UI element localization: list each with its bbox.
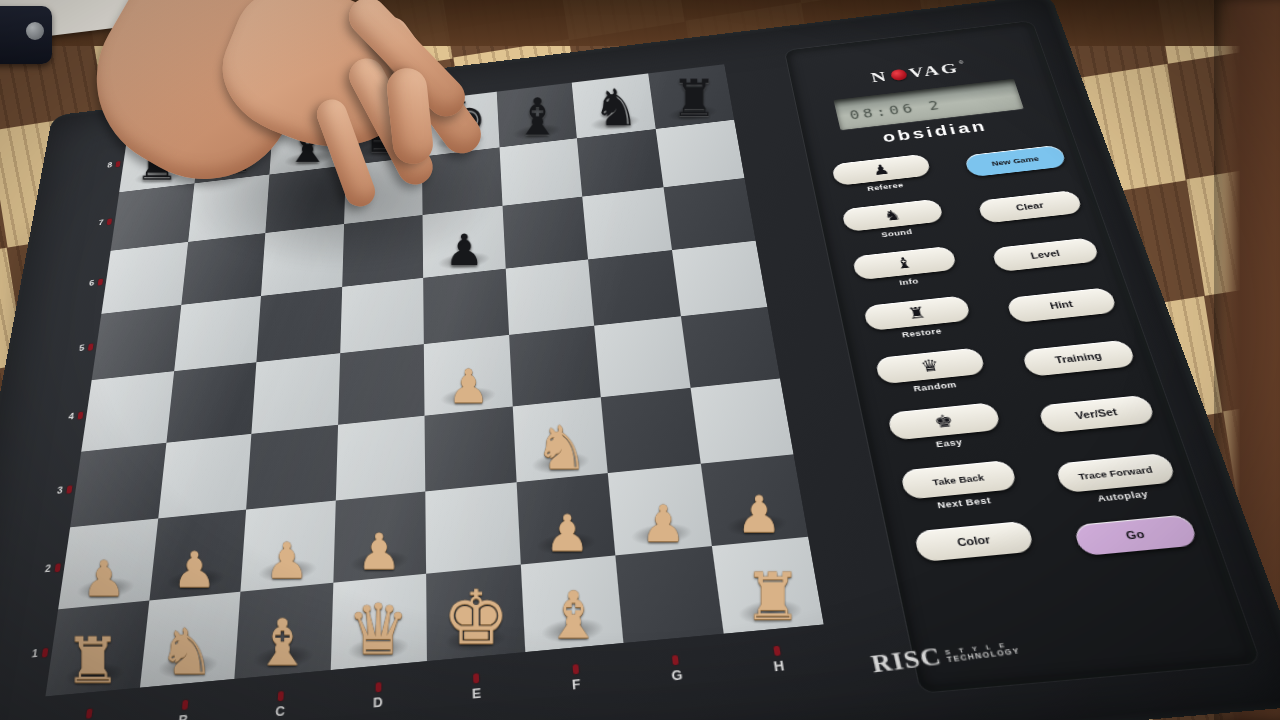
training-button[interactable]: Training <box>1021 339 1136 377</box>
board-bezel: 87654321 ♜♞♝♛♚♝♜♟♟♟♟♟♟♟♞♟♟♜♞♝♛♚♝♞♜ ABCDE… <box>0 45 904 720</box>
black-rook-glyph: ♜ <box>134 139 179 186</box>
black-knight-glyph: ♞ <box>593 83 639 132</box>
rank-label-6: 6 <box>89 279 96 287</box>
easy-button[interactable]: ♚ <box>887 402 1002 441</box>
random-label: Random <box>912 379 957 393</box>
file-label-h: H <box>773 658 786 674</box>
piece-white-pawn-d2[interactable]: ♟ <box>333 491 426 582</box>
rank-label-2: 2 <box>44 564 52 575</box>
white-king-glyph: ♚ <box>442 584 509 655</box>
white-pawn-glyph: ♟ <box>640 500 685 548</box>
table-edge-top <box>0 0 1280 46</box>
file-led-c <box>278 691 284 701</box>
new-game-button[interactable]: New Game <box>964 145 1068 178</box>
logo-letters-vag: VAG <box>907 59 962 81</box>
file-led-g <box>672 655 679 665</box>
piece-white-king-e1[interactable]: ♚ <box>426 564 525 661</box>
king-icon: ♚ <box>932 412 955 431</box>
piece-white-pawn-c2[interactable]: ♟ <box>240 501 335 592</box>
black-queen-glyph: ♛ <box>359 107 408 159</box>
file-label-b: B <box>178 712 189 720</box>
white-pawn-glyph: ♟ <box>737 491 782 539</box>
white-pawn-glyph: ♟ <box>82 556 126 603</box>
next-best-label: Next Best <box>936 495 992 511</box>
bishop-icon: ♝ <box>894 255 915 271</box>
piece-white-knight-f3[interactable]: ♞ <box>512 397 608 482</box>
rank-led-7 <box>107 218 112 225</box>
piece-layer: ♜♞♝♛♚♝♜♟♟♟♟♟♟♟♞♟♟♜♞♝♛♚♝♞♜ <box>45 64 823 696</box>
piece-black-queen-d8[interactable]: ♛ <box>345 101 422 165</box>
piece-white-queen-d1[interactable]: ♛ <box>330 573 427 670</box>
white-pawn-glyph: ♟ <box>264 538 308 585</box>
rank-label-5: 5 <box>79 343 86 352</box>
piece-white-knight-b1[interactable]: ♞ <box>139 591 240 688</box>
piece-black-pawn-e6[interactable]: ♟ <box>423 206 506 278</box>
white-pawn-glyph: ♟ <box>447 365 489 409</box>
logo-red-o-icon <box>889 68 907 81</box>
piece-white-pawn-g2[interactable]: ♟ <box>608 464 712 555</box>
white-rook-glyph: ♜ <box>744 565 803 627</box>
rank-led-2 <box>55 564 61 573</box>
black-rook-glyph: ♜ <box>671 74 717 123</box>
easy-label: Easy <box>935 437 963 450</box>
autoplay-label: Autoplay <box>1096 488 1150 503</box>
white-bishop-glyph: ♝ <box>545 584 603 645</box>
novag-obsidian-unit: 87654321 ♜♞♝♛♚♝♜♟♟♟♟♟♟♟♞♟♟♜♞♝♛♚♝♞♜ ABCDE… <box>0 0 1280 720</box>
black-bishop-glyph: ♝ <box>515 93 561 141</box>
referee-label: Referee <box>866 181 904 193</box>
hint-button[interactable]: Hint <box>1006 287 1118 323</box>
rook-icon: ♜ <box>906 305 927 322</box>
referee-button[interactable]: ♟ <box>831 154 932 186</box>
file-led-a <box>86 709 93 719</box>
object-knob <box>26 22 44 40</box>
random-button[interactable]: ♛ <box>875 347 987 384</box>
ver-set-button[interactable]: Ver/Set <box>1037 395 1156 434</box>
piece-black-bishop-f8[interactable]: ♝ <box>496 83 577 147</box>
black-knight-glyph: ♞ <box>209 130 254 178</box>
trace-forward-button[interactable]: Trace Forward <box>1055 453 1177 493</box>
piece-white-bishop-c1[interactable]: ♝ <box>234 582 333 679</box>
black-bishop-glyph: ♝ <box>285 121 330 169</box>
file-led-e <box>473 673 479 683</box>
take-back-button[interactable]: Take Back <box>900 460 1018 500</box>
file-led-f <box>572 664 578 674</box>
risc-technology-text: TECHNOLOGY <box>946 647 1021 664</box>
file-label-g: G <box>671 668 684 684</box>
piece-white-rook-a1[interactable]: ♜ <box>45 600 149 696</box>
registered-mark: ® <box>958 60 964 65</box>
sound-label: Sound <box>880 227 913 239</box>
piece-white-pawn-a2[interactable]: ♟ <box>58 518 158 608</box>
chess-board: ♜♞♝♛♚♝♜♟♟♟♟♟♟♟♞♟♟♜♞♝♛♚♝♞♜ <box>45 64 823 696</box>
piece-black-rook-a8[interactable]: ♜ <box>119 128 200 192</box>
white-knight-glyph: ♞ <box>535 419 589 476</box>
black-king-glyph: ♚ <box>434 95 487 151</box>
file-led-h <box>773 646 780 656</box>
rank-led-3 <box>66 485 72 493</box>
file-label-e: E <box>472 686 482 702</box>
white-bishop-glyph: ♝ <box>254 612 311 672</box>
dark-object <box>0 6 52 64</box>
knight-icon: ♞ <box>882 207 902 223</box>
piece-white-rook-h1[interactable]: ♜ <box>711 536 824 634</box>
pawn-icon: ♟ <box>871 162 891 177</box>
go-button[interactable]: Go <box>1073 514 1199 556</box>
white-knight-glyph: ♞ <box>159 621 216 681</box>
rank-label-4: 4 <box>68 412 75 422</box>
piece-black-knight-b8[interactable]: ♞ <box>194 119 273 183</box>
file-led-d <box>375 682 381 692</box>
piece-white-pawn-b2[interactable]: ♟ <box>149 510 246 601</box>
piece-black-knight-g8[interactable]: ♞ <box>572 74 655 138</box>
piece-white-bishop-f1[interactable]: ♝ <box>520 555 623 652</box>
file-label-f: F <box>572 677 582 693</box>
rank-label-3: 3 <box>56 485 63 495</box>
file-label-c: C <box>275 704 286 720</box>
rank-led-5 <box>88 343 94 350</box>
rank-led-8 <box>115 161 120 167</box>
lcd-text: 08:06 2 <box>848 98 944 122</box>
rank-label-1: 1 <box>31 648 39 660</box>
scene: 87654321 ♜♞♝♛♚♝♜♟♟♟♟♟♟♟♞♟♟♜♞♝♛♚♝♞♜ ABCDE… <box>0 0 1280 720</box>
white-rook-glyph: ♜ <box>64 630 121 690</box>
rank-label-8: 8 <box>107 162 113 170</box>
rank-led-4 <box>78 412 84 420</box>
file-label-d: D <box>373 695 383 711</box>
piece-white-pawn-f2[interactable]: ♟ <box>516 473 615 564</box>
logo-letter-n: N <box>869 68 890 86</box>
restore-label: Restore <box>901 326 943 339</box>
piece-black-king-e8[interactable]: ♚ <box>421 92 499 156</box>
piece-white-pawn-e4[interactable]: ♟ <box>424 335 512 415</box>
queen-icon: ♛ <box>919 357 941 375</box>
file-led-b <box>182 700 188 710</box>
piece-white-pawn-h2[interactable]: ♟ <box>700 454 808 545</box>
piece-black-bishop-c8[interactable]: ♝ <box>269 110 347 174</box>
black-pawn-glyph: ♟ <box>445 230 484 271</box>
rank-led-6 <box>98 279 103 286</box>
rank-led-1 <box>42 648 49 658</box>
info-label: Info <box>898 276 919 287</box>
white-pawn-glyph: ♟ <box>173 547 217 594</box>
rank-label-7: 7 <box>98 219 104 227</box>
white-queen-glyph: ♛ <box>347 597 409 663</box>
restore-button[interactable]: ♜ <box>863 295 972 331</box>
white-pawn-glyph: ♟ <box>545 510 590 558</box>
white-pawn-glyph: ♟ <box>357 529 402 576</box>
piece-black-rook-h8[interactable]: ♜ <box>648 64 734 128</box>
risc-style-text: S T Y L E <box>944 640 1018 655</box>
